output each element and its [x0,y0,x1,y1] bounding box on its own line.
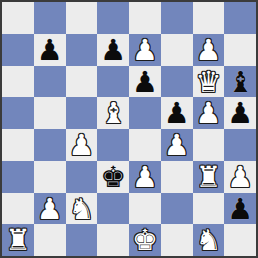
piece-white-pawn[interactable]: ♟ [195,35,221,67]
square-b6[interactable] [34,66,66,98]
square-f2[interactable] [161,193,193,225]
square-e7[interactable]: ♟ [129,34,161,66]
piece-white-knight[interactable]: ♞ [195,225,221,257]
square-g6[interactable]: ♛ [193,66,225,98]
square-c3[interactable] [66,161,98,193]
square-f1[interactable] [161,224,193,256]
piece-white-knight[interactable]: ♞ [68,194,94,226]
square-g1[interactable]: ♞ [193,224,225,256]
square-f3[interactable] [161,161,193,193]
square-c2[interactable]: ♞ [66,193,98,225]
square-c4[interactable]: ♟ [66,129,98,161]
square-h4[interactable] [224,129,256,161]
square-d2[interactable] [97,193,129,225]
piece-white-pawn[interactable]: ♟ [164,130,190,162]
square-a1[interactable]: ♜ [2,224,34,256]
square-d1[interactable] [97,224,129,256]
square-a5[interactable] [2,97,34,129]
piece-white-pawn[interactable]: ♟ [132,162,158,194]
piece-white-queen[interactable]: ♛ [195,67,221,99]
square-h3[interactable]: ♟ [224,161,256,193]
square-h6[interactable]: ♝ [224,66,256,98]
piece-white-pawn[interactable]: ♟ [195,98,221,130]
square-f7[interactable] [161,34,193,66]
square-d7[interactable]: ♟ [97,34,129,66]
piece-white-pawn[interactable]: ♟ [227,162,253,194]
square-e1[interactable]: ♚ [129,224,161,256]
square-f5[interactable]: ♟ [161,97,193,129]
piece-white-pawn[interactable]: ♟ [68,130,94,162]
piece-white-bishop[interactable]: ♝ [100,98,126,130]
square-f4[interactable]: ♟ [161,129,193,161]
square-c5[interactable] [66,97,98,129]
piece-black-pawn[interactable]: ♟ [132,67,158,99]
piece-black-pawn[interactable]: ♟ [100,35,126,67]
square-b1[interactable] [34,224,66,256]
square-g3[interactable]: ♜ [193,161,225,193]
square-a4[interactable] [2,129,34,161]
square-a2[interactable] [2,193,34,225]
square-c8[interactable] [66,2,98,34]
piece-black-bishop[interactable]: ♝ [227,67,253,99]
chess-diagram: ♟♟♟♟♟♛♝♝♟♟♟♟♟♚♟♜♟♟♞♟♜♚♞ [0,0,258,258]
square-f6[interactable] [161,66,193,98]
square-g8[interactable] [193,2,225,34]
square-h2[interactable]: ♟ [224,193,256,225]
piece-white-pawn[interactable]: ♟ [37,194,63,226]
square-c1[interactable] [66,224,98,256]
square-d4[interactable] [97,129,129,161]
piece-black-king[interactable]: ♚ [100,162,126,194]
square-e5[interactable] [129,97,161,129]
square-b3[interactable] [34,161,66,193]
piece-white-king[interactable]: ♚ [132,225,158,257]
square-h7[interactable] [224,34,256,66]
piece-black-pawn[interactable]: ♟ [227,98,253,130]
square-b8[interactable] [34,2,66,34]
piece-black-pawn[interactable]: ♟ [37,35,63,67]
square-b4[interactable] [34,129,66,161]
square-e3[interactable]: ♟ [129,161,161,193]
square-g2[interactable] [193,193,225,225]
square-g5[interactable]: ♟ [193,97,225,129]
square-a7[interactable] [2,34,34,66]
square-b2[interactable]: ♟ [34,193,66,225]
piece-white-pawn[interactable]: ♟ [132,35,158,67]
square-g4[interactable] [193,129,225,161]
chess-board: ♟♟♟♟♟♛♝♝♟♟♟♟♟♚♟♜♟♟♞♟♜♚♞ [0,0,258,258]
square-h8[interactable] [224,2,256,34]
square-h1[interactable] [224,224,256,256]
square-f8[interactable] [161,2,193,34]
square-e6[interactable]: ♟ [129,66,161,98]
square-g7[interactable]: ♟ [193,34,225,66]
piece-black-pawn[interactable]: ♟ [164,98,190,130]
piece-white-rook[interactable]: ♜ [195,162,221,194]
square-e2[interactable] [129,193,161,225]
square-b5[interactable] [34,97,66,129]
square-a8[interactable] [2,2,34,34]
square-h5[interactable]: ♟ [224,97,256,129]
square-c6[interactable] [66,66,98,98]
piece-white-rook[interactable]: ♜ [5,225,31,257]
square-d6[interactable] [97,66,129,98]
square-d8[interactable] [97,2,129,34]
piece-black-pawn[interactable]: ♟ [227,194,253,226]
square-d5[interactable]: ♝ [97,97,129,129]
square-e8[interactable] [129,2,161,34]
square-c7[interactable] [66,34,98,66]
square-b7[interactable]: ♟ [34,34,66,66]
square-a3[interactable] [2,161,34,193]
square-e4[interactable] [129,129,161,161]
square-d3[interactable]: ♚ [97,161,129,193]
square-a6[interactable] [2,66,34,98]
